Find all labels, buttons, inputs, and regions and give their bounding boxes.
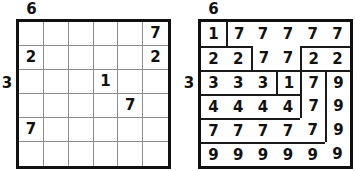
solution-cell-r4c5: 7	[300, 94, 325, 118]
clue-cell-r1c2	[44, 22, 69, 46]
clue-grid: 722177	[16, 19, 171, 169]
solution-cell-r6c6: 9	[325, 142, 350, 166]
solution-cell-r3c1: 3	[201, 70, 226, 94]
solution-cell-r2c5: 2	[300, 46, 325, 70]
clue-cell-r6c1	[19, 142, 44, 166]
clue-cell-r6c2	[44, 142, 69, 166]
clue-cell-r6c5	[118, 142, 143, 166]
clue-cell-r3c6	[143, 70, 168, 94]
solution-cell-r1c1: 1	[201, 22, 226, 46]
solution-cell-r5c2: 7	[226, 118, 251, 142]
solution-cell-r5c3: 7	[251, 118, 276, 142]
clue-cell-r2c1: 2	[19, 46, 44, 70]
solution-cell-r6c3: 9	[251, 142, 276, 166]
solution-cell-r1c6: 7	[325, 22, 350, 46]
solution-cell-r2c6: 2	[325, 46, 350, 70]
clue-cell-r5c4	[94, 118, 119, 142]
solution-cell-r6c4: 9	[276, 142, 301, 166]
solution-cell-r5c5: 7	[300, 118, 325, 142]
clue-cell-r2c5	[118, 46, 143, 70]
clue-cell-r3c3	[69, 70, 94, 94]
solution-cell-r4c3: 4	[251, 94, 276, 118]
clue-cell-r5c5	[118, 118, 143, 142]
solution-cell-r4c2: 4	[226, 94, 251, 118]
clue-cell-r1c3	[69, 22, 94, 46]
fillomino-diagram: 6 3 722177 6 3 1777772277223331794444797…	[0, 0, 355, 171]
clue-cell-r3c4: 1	[94, 70, 119, 94]
solution-cell-r3c2: 3	[226, 70, 251, 94]
clue-cell-r4c1	[19, 94, 44, 118]
clue-cell-r1c6: 7	[143, 22, 168, 46]
solution-cell-r3c3: 3	[251, 70, 276, 94]
outside-clue-left-clue-grid: 3	[0, 70, 14, 95]
solution-cell-r6c1: 9	[201, 142, 226, 166]
solution-cell-r3c5: 7	[300, 70, 325, 94]
solution-cell-r5c4: 7	[276, 118, 301, 142]
clue-cell-r1c1	[19, 22, 44, 46]
solution-cell-r4c6: 9	[325, 94, 350, 118]
clue-cell-r2c3	[69, 46, 94, 70]
solution-cell-r1c4: 7	[276, 22, 301, 46]
clue-cell-r6c6	[143, 142, 168, 166]
solution-cell-r1c5: 7	[300, 22, 325, 46]
solution-cell-r4c4: 4	[276, 94, 301, 118]
clue-cell-r5c2	[44, 118, 69, 142]
clue-cell-r2c6: 2	[143, 46, 168, 70]
clue-cell-r2c2	[44, 46, 69, 70]
clue-cell-r6c3	[69, 142, 94, 166]
clue-cell-r4c3	[69, 94, 94, 118]
solution-cell-r6c2: 9	[226, 142, 251, 166]
clue-cell-r4c5: 7	[118, 94, 143, 118]
solution-cell-r6c5: 9	[300, 142, 325, 166]
solution-cell-r1c2: 7	[226, 22, 251, 46]
clue-cell-r3c2	[44, 70, 69, 94]
solution-cell-r5c6: 9	[325, 118, 350, 142]
clue-cell-r5c3	[69, 118, 94, 142]
solution-cell-r2c1: 2	[201, 46, 226, 70]
clue-cell-r6c4	[94, 142, 119, 166]
clue-cell-r4c6	[143, 94, 168, 118]
clue-cell-r2c4	[94, 46, 119, 70]
outside-clue-top-solution-grid: 6	[201, 0, 226, 18]
solution-grid: 177777227722333179444479777779999999	[198, 19, 353, 169]
solution-cell-r3c6: 9	[325, 70, 350, 94]
solution-cell-r1c3: 7	[251, 22, 276, 46]
clue-cell-r5c6	[143, 118, 168, 142]
solution-cell-r3c4: 1	[276, 70, 301, 94]
clue-cell-r5c1: 7	[19, 118, 44, 142]
outside-clue-left-solution-grid: 3	[182, 70, 196, 95]
solution-cell-r5c1: 7	[201, 118, 226, 142]
clue-cell-r3c1	[19, 70, 44, 94]
solution-cell-r4c1: 4	[201, 94, 226, 118]
clue-cell-r4c2	[44, 94, 69, 118]
clue-cell-r1c5	[118, 22, 143, 46]
outside-clue-top-clue-grid: 6	[19, 0, 44, 18]
solution-cell-r2c3: 7	[251, 46, 276, 70]
solution-cell-r2c4: 7	[276, 46, 301, 70]
clue-cell-r3c5	[118, 70, 143, 94]
clue-cell-r4c4	[94, 94, 119, 118]
clue-cell-r1c4	[94, 22, 119, 46]
solution-cell-r2c2: 2	[226, 46, 251, 70]
